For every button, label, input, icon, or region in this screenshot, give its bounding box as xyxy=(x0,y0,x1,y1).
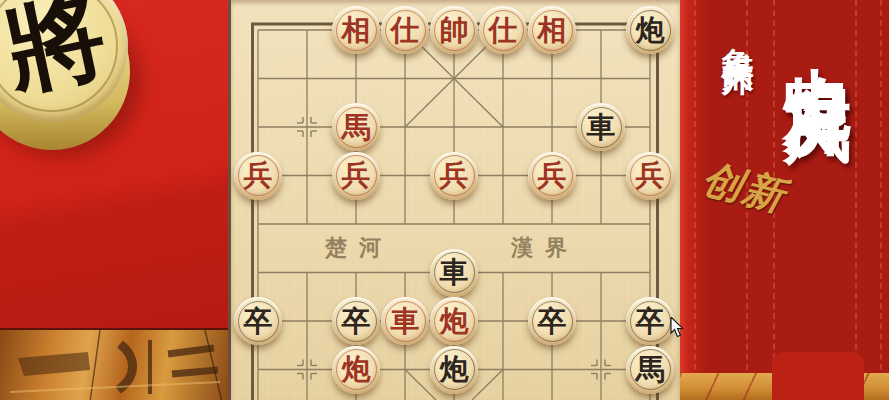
left-promo-panel: 將 xyxy=(0,0,228,400)
right-title-panel: 象棋大师 创新 中炮对屏风 xyxy=(680,0,889,400)
piece-black-horse[interactable]: 馬 xyxy=(626,346,674,394)
piece-glyph: 炮 xyxy=(440,355,469,384)
piece-glyph: 兵 xyxy=(636,161,665,190)
title-red-backdrop xyxy=(772,352,864,400)
piece-glyph: 帥 xyxy=(440,16,469,45)
piece-black-soldier[interactable]: 卒 xyxy=(332,297,380,345)
piece-glyph: 車 xyxy=(391,307,420,336)
piece-glyph: 卒 xyxy=(636,307,665,336)
piece-glyph: 相 xyxy=(342,16,371,45)
piece-red-soldier[interactable]: 兵 xyxy=(234,152,282,200)
piece-red-elephant[interactable]: 相 xyxy=(332,6,380,54)
piece-red-soldier[interactable]: 兵 xyxy=(528,152,576,200)
piece-glyph: 炮 xyxy=(636,16,665,45)
piece-glyph: 炮 xyxy=(440,307,469,336)
piece-glyph: 相 xyxy=(538,16,567,45)
piece-black-chariot[interactable]: 車 xyxy=(577,103,625,151)
piece-black-chariot[interactable]: 車 xyxy=(430,249,478,297)
xiangqi-board[interactable]: 楚河 漢界 相仕帥仕相炮馬車兵兵兵兵兵車卒卒車炮卒卒炮炮馬 xyxy=(228,0,680,400)
piece-red-soldier[interactable]: 兵 xyxy=(626,152,674,200)
piece-red-elephant[interactable]: 相 xyxy=(528,6,576,54)
mouse-cursor-icon xyxy=(670,317,686,343)
piece-glyph: 馬 xyxy=(342,113,371,142)
page-title: 中炮对屏风 xyxy=(782,12,853,57)
pinstripe-divider xyxy=(855,0,857,400)
piece-red-cannon[interactable]: 炮 xyxy=(430,297,478,345)
subtitle-chess-master: 象棋大师 xyxy=(716,22,760,46)
pinstripe-divider xyxy=(694,0,696,400)
piece-red-advisor[interactable]: 仕 xyxy=(479,6,527,54)
piece-glyph: 仕 xyxy=(391,16,420,45)
piece-glyph: 卒 xyxy=(538,307,567,336)
river-label-right: 漢界 xyxy=(511,233,579,263)
piece-red-horse[interactable]: 馬 xyxy=(332,103,380,151)
piece-glyph: 馬 xyxy=(636,355,665,384)
gold-carving-decoration xyxy=(0,328,228,400)
piece-glyph: 車 xyxy=(440,258,469,287)
piece-red-soldier[interactable]: 兵 xyxy=(430,152,478,200)
piece-black-soldier[interactable]: 卒 xyxy=(528,297,576,345)
piece-glyph: 卒 xyxy=(342,307,371,336)
piece-black-cannon[interactable]: 炮 xyxy=(430,346,478,394)
river-label-left: 楚河 xyxy=(325,233,393,263)
screen: 將 xyxy=(0,0,889,400)
piece-glyph: 卒 xyxy=(244,307,273,336)
piece-red-soldier[interactable]: 兵 xyxy=(332,152,380,200)
piece-black-soldier[interactable]: 卒 xyxy=(626,297,674,345)
piece-glyph: 兵 xyxy=(538,161,567,190)
piece-glyph: 炮 xyxy=(342,355,371,384)
piece-glyph: 仕 xyxy=(489,16,518,45)
piece-glyph: 兵 xyxy=(244,161,273,190)
piece-glyph: 兵 xyxy=(342,161,371,190)
piece-glyph: 兵 xyxy=(440,161,469,190)
piece-red-general[interactable]: 帥 xyxy=(430,6,478,54)
piece-red-cannon[interactable]: 炮 xyxy=(332,346,380,394)
piece-red-chariot[interactable]: 車 xyxy=(381,297,429,345)
innovation-stamp: 创新 xyxy=(697,151,792,225)
king-piece-glyph: 將 xyxy=(0,0,114,101)
piece-black-soldier[interactable]: 卒 xyxy=(234,297,282,345)
piece-red-advisor[interactable]: 仕 xyxy=(381,6,429,54)
piece-glyph: 車 xyxy=(587,113,616,142)
piece-black-cannon[interactable]: 炮 xyxy=(626,6,674,54)
pinstripe-divider xyxy=(880,0,882,400)
